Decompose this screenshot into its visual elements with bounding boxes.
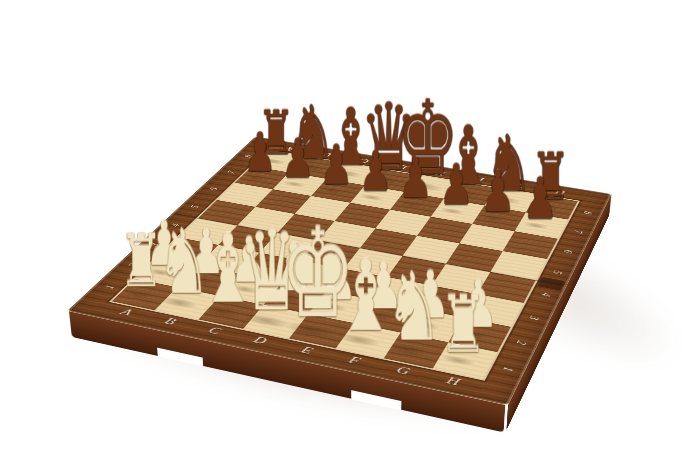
scene: AABBCCDDEEFFGGHH1122334455667788 ♜︎♞︎♝︎♟… [0,0,700,460]
piece-glyph: ♜︎ [408,285,519,364]
chess-board: AABBCCDDEEFFGGHH1122334455667788 ♜︎♞︎♝︎♟… [67,137,611,406]
